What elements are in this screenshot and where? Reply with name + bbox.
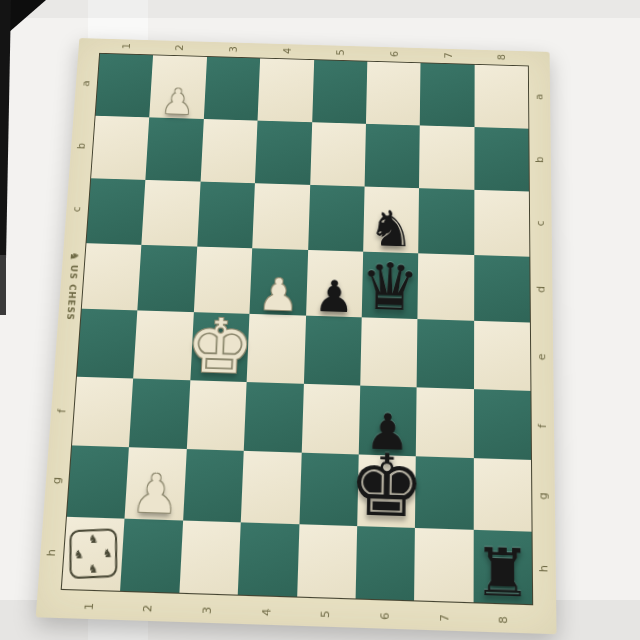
brand-text: US CHESS [65, 265, 79, 321]
square-h3[interactable] [179, 520, 241, 595]
square-a7[interactable] [420, 63, 474, 126]
square-a2[interactable]: ♟ [150, 55, 207, 118]
square-f3[interactable] [187, 380, 247, 451]
square-h4[interactable] [238, 522, 299, 597]
label-top-2: 2 [153, 40, 207, 55]
corner-logo-knight-icon: ♞ [86, 560, 101, 575]
label-top-5: 5 [314, 45, 368, 60]
square-b5[interactable] [310, 122, 366, 187]
square-c8[interactable] [474, 190, 529, 256]
label-left-f: f [50, 376, 74, 446]
square-d4[interactable]: ♟ [250, 248, 308, 316]
label-top-6: 6 [367, 47, 421, 62]
label-right-b: b [530, 128, 549, 192]
white-pawn-g2[interactable]: ♟ [130, 470, 180, 520]
square-e5[interactable] [303, 316, 361, 385]
label-right-c: c [531, 191, 550, 257]
corner-logo-knight-icon: ♞ [86, 531, 100, 546]
label-bottom-2: 2 [118, 596, 178, 620]
corner-logo-knight-icon: ♞ [101, 545, 116, 560]
label-left-b: b [70, 114, 93, 178]
label-top-7: 7 [421, 48, 475, 63]
square-h8[interactable]: ♜ [473, 529, 532, 604]
label-left-g: g [44, 445, 69, 517]
square-b3[interactable] [200, 119, 257, 184]
label-right-d: d [531, 256, 550, 323]
label-top-3: 3 [206, 42, 260, 57]
label-right-a: a [530, 66, 549, 129]
label-bottom-6: 6 [355, 604, 415, 628]
square-e7[interactable] [417, 319, 474, 389]
square-d5[interactable]: ♟ [306, 249, 363, 317]
square-h2[interactable] [120, 518, 182, 593]
white-pawn-a2[interactable]: ♟ [160, 86, 194, 119]
square-b8[interactable] [474, 127, 529, 192]
square-g3[interactable] [183, 449, 244, 522]
square-d6[interactable]: ♛ [362, 251, 419, 319]
square-f4[interactable] [244, 382, 304, 453]
square-a3[interactable] [204, 57, 261, 120]
chess-board: ♟♞♟♟♛♚♟♟♚♞♞♞♞♜ [61, 53, 534, 605]
square-f2[interactable] [129, 378, 190, 449]
square-b6[interactable] [364, 123, 420, 188]
label-bottom-5: 5 [296, 602, 356, 626]
square-g6[interactable]: ♚ [357, 454, 416, 527]
square-g2[interactable]: ♟ [125, 447, 187, 520]
label-left-h: h [39, 516, 64, 590]
square-a8[interactable] [474, 65, 528, 128]
square-a5[interactable] [312, 60, 367, 123]
square-e1[interactable] [77, 309, 138, 378]
square-c3[interactable] [197, 182, 255, 248]
knight-logo-icon: ♞ [68, 252, 82, 263]
square-b2[interactable] [146, 117, 204, 182]
label-bottom-1: 1 [59, 594, 120, 618]
square-b7[interactable] [419, 125, 474, 190]
vinyl-chess-mat: 12345678 12345678 abcfgh abcdefgh ♞ US C… [36, 38, 557, 634]
label-right-g: g [533, 461, 553, 533]
us-chess-corner-logo: ♞♞♞♞ [70, 528, 118, 579]
white-pawn-d4[interactable]: ♟ [258, 274, 299, 315]
label-bottom-3: 3 [177, 598, 237, 622]
label-left-c: c [65, 177, 88, 242]
square-g1[interactable] [67, 445, 129, 518]
square-c1[interactable] [87, 178, 146, 244]
black-rook-h8[interactable]: ♜ [474, 541, 532, 604]
square-b4[interactable] [255, 120, 312, 185]
black-pawn-d5[interactable]: ♟ [314, 276, 355, 317]
label-right-h: h [534, 532, 554, 606]
label-right-e: e [532, 323, 552, 392]
file-labels-right: abcdefgh [530, 66, 554, 606]
label-left-a: a [75, 52, 98, 114]
label-bottom-7: 7 [415, 606, 474, 630]
black-queen-d6[interactable]: ♛ [360, 258, 420, 319]
table-edge-strip-lower [0, 255, 6, 315]
square-f1[interactable] [72, 376, 134, 447]
square-d7[interactable] [418, 253, 474, 321]
white-king-e3[interactable]: ♚ [185, 311, 255, 381]
square-e8[interactable] [474, 321, 531, 391]
table-edge-strip [0, 0, 11, 258]
square-f8[interactable] [473, 389, 530, 460]
square-a6[interactable] [366, 62, 421, 125]
square-g8[interactable] [473, 458, 531, 531]
corner-logo-knight-icon: ♞ [72, 546, 87, 561]
square-e6[interactable] [360, 317, 418, 387]
square-h1[interactable]: ♞♞♞♞ [62, 516, 125, 591]
square-d8[interactable] [474, 255, 530, 323]
label-top-8: 8 [475, 50, 529, 65]
square-d1[interactable] [82, 243, 142, 311]
square-e4[interactable] [247, 314, 306, 383]
square-e3[interactable]: ♚ [190, 312, 249, 381]
label-bottom-4: 4 [236, 600, 296, 624]
square-c4[interactable] [252, 183, 309, 249]
square-c2[interactable] [142, 180, 201, 246]
label-top-1: 1 [99, 39, 153, 54]
square-c7[interactable] [418, 188, 474, 254]
square-h7[interactable] [414, 527, 473, 602]
square-g4[interactable] [241, 451, 301, 524]
square-b1[interactable] [91, 115, 149, 180]
black-king-g6[interactable]: ♚ [348, 446, 426, 528]
square-c5[interactable] [308, 185, 365, 251]
square-a1[interactable] [96, 54, 154, 117]
black-knight-c6[interactable]: ♞ [368, 206, 414, 253]
square-c6[interactable]: ♞ [363, 187, 419, 253]
label-top-4: 4 [260, 43, 314, 58]
label-right-f: f [532, 391, 552, 461]
background-top-shade [0, 0, 640, 18]
square-a4[interactable] [258, 58, 314, 121]
